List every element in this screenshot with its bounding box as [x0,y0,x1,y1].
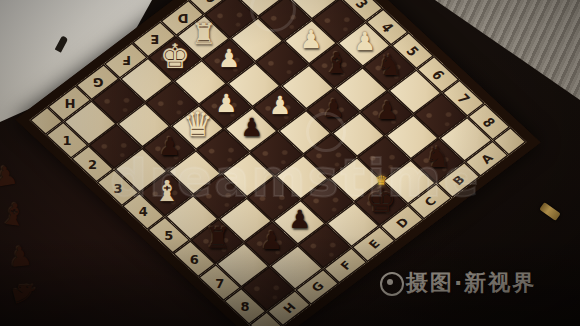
white-pawn-glyph: ♟ [299,27,321,52]
black-pawn-glyph: ♟ [260,228,282,253]
rank-label-right-5: 5 [403,43,422,58]
black-pawn-glyph: ♟ [288,207,310,232]
rank-label-right-4: 4 [377,19,396,34]
piece-white-pawn[interactable]: ♟ [268,93,290,118]
black-pawn-glyph: ♟ [240,114,262,139]
captured-black-pawn[interactable]: ♟ [0,161,19,191]
piece-white-queen[interactable]: ♛ [182,107,212,141]
piece-black-bishop[interactable]: ♝ [323,48,349,77]
black-rook-glyph: ♜ [204,224,230,253]
watermark-circle-icon [306,112,346,152]
file-label-top-g: G [92,75,103,90]
captured-black-bishop[interactable]: ♝ [0,198,29,231]
rank-label-right-8: 8 [479,114,498,129]
rank-label-left-2: 2 [88,156,97,171]
file-label-top-e: E [150,32,159,47]
piece-white-king[interactable]: ♚ [160,39,190,73]
file-label-top-f: F [121,53,130,68]
rank-label-right-3: 3 [352,0,371,11]
file-label-top-c: C [206,0,216,4]
rank-label-left-8: 8 [241,299,250,314]
piece-white-pawn[interactable]: ♟ [215,91,237,116]
rank-label-left-1: 1 [63,133,72,148]
file-label-top-h: H [64,96,75,111]
rank-label-right-6: 6 [428,67,447,82]
piece-white-pawn[interactable]: ♟ [353,29,375,54]
photo-scene: HGFEDCBA1♚♜12♟23♟♛♟♟34♝♟♟♝♟45♟♞56♜♟67♟♟7… [0,0,580,326]
rank-label-left-6: 6 [190,251,199,266]
black-knight-glyph: ♞ [377,51,403,80]
captured-black-pawn[interactable]: ♟ [7,242,34,271]
piece-white-rook[interactable]: ♜ [190,20,216,49]
black-pawn-glyph: ♟ [376,98,398,123]
piece-white-pawn[interactable]: ♟ [217,46,239,71]
piece-black-pawn[interactable]: ♟ [288,207,310,232]
white-pawn-glyph: ♟ [268,93,290,118]
white-pawn-glyph: ♟ [217,46,239,71]
watermark-diagonal: dreamstime [110,148,481,208]
rank-label-left-7: 7 [215,275,224,290]
captured-black-knight[interactable]: ♞ [5,276,41,310]
file-label-bottom-f: F [337,258,354,272]
piece-black-pawn[interactable]: ♟ [240,114,262,139]
watermark-logo-icon [380,272,404,296]
file-label-top-d: D [177,10,188,25]
white-rook-glyph: ♜ [190,20,216,49]
white-queen-glyph: ♛ [182,107,212,141]
black-bishop-glyph: ♝ [323,48,349,77]
piece-white-pawn[interactable]: ♟ [299,27,321,52]
white-pawn-glyph: ♟ [353,29,375,54]
file-label-bottom-g: G [308,279,326,294]
white-king-glyph: ♚ [160,39,190,73]
brass-hinge-icon [539,202,561,221]
piece-black-knight[interactable]: ♞ [377,51,403,80]
rank-label-right-7: 7 [454,90,473,105]
file-label-bottom-e: E [365,237,382,251]
piece-black-pawn[interactable]: ♟ [376,98,398,123]
piece-black-pawn[interactable]: ♟ [260,228,282,253]
file-label-bottom-h: H [280,300,298,315]
watermark-brand-text: 摄图·新视界 [406,268,536,298]
white-pawn-glyph: ♟ [215,91,237,116]
piece-black-rook[interactable]: ♜ [204,224,230,253]
rank-label-left-5: 5 [164,228,173,243]
